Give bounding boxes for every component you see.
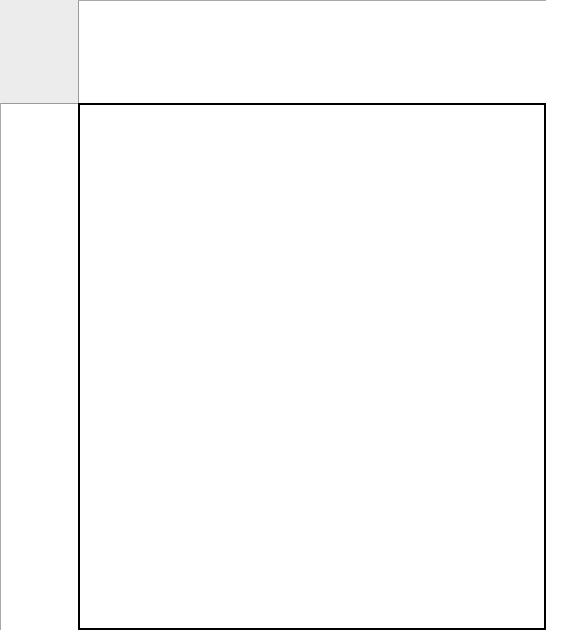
row-clues bbox=[0, 103, 79, 630]
puzzle-grid bbox=[78, 103, 546, 630]
corner-watermark bbox=[0, 0, 79, 104]
nonogram-page bbox=[0, 0, 562, 635]
column-clues bbox=[78, 0, 546, 104]
